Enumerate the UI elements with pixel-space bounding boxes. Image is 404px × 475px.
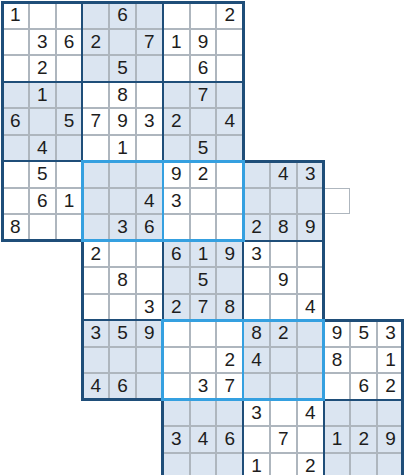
cell-r13c4-given[interactable]: 3 bbox=[82, 320, 109, 347]
cell-r1c3-empty[interactable] bbox=[56, 2, 83, 29]
cell-r13c7-empty[interactable] bbox=[163, 320, 190, 347]
cell-r15c15-given[interactable]: 2 bbox=[377, 373, 404, 400]
cell-r13c11-given[interactable]: 2 bbox=[270, 320, 297, 347]
cell-r4c7-empty[interactable] bbox=[163, 82, 190, 109]
cell-r6c7-empty[interactable] bbox=[163, 135, 190, 162]
cell-r3c4-empty[interactable] bbox=[82, 55, 109, 82]
cell-r16c13-empty[interactable] bbox=[324, 400, 351, 427]
cell-r12c9-given[interactable]: 8 bbox=[216, 294, 243, 321]
cell-r9c12-given[interactable]: 9 bbox=[297, 214, 324, 241]
cell-r7c5-empty[interactable] bbox=[109, 161, 136, 188]
cell-r10c7-given[interactable]: 6 bbox=[163, 241, 190, 268]
cell-r5c7-given[interactable]: 2 bbox=[163, 108, 190, 135]
cell-r9c1-given[interactable]: 8 bbox=[2, 214, 29, 241]
cell-r14c6-empty[interactable] bbox=[136, 347, 163, 374]
cell-r16c11-empty[interactable] bbox=[270, 400, 297, 427]
cell-r4c8-given[interactable]: 7 bbox=[190, 82, 217, 109]
cell-r10c6-empty[interactable] bbox=[136, 241, 163, 268]
cell-r18c12-given[interactable]: 2 bbox=[297, 453, 324, 475]
cell-r10c9-given[interactable]: 9 bbox=[216, 241, 243, 268]
cell-r11c7-empty[interactable] bbox=[163, 267, 190, 294]
cell-r16c7-empty[interactable] bbox=[163, 400, 190, 427]
cell-r14c9-given[interactable]: 2 bbox=[216, 347, 243, 374]
cell-r2c2-given[interactable]: 3 bbox=[29, 29, 56, 56]
cell-r6c4-empty[interactable] bbox=[82, 135, 109, 162]
cell-r5c3-given[interactable]: 5 bbox=[56, 108, 83, 135]
cell-r13c13-given[interactable]: 9 bbox=[324, 320, 351, 347]
cell-r6c3-empty[interactable] bbox=[56, 135, 83, 162]
cell-r6c8-given[interactable]: 5 bbox=[190, 135, 217, 162]
cell-r8c2-given[interactable]: 6 bbox=[29, 188, 56, 215]
cell-r14c14-empty[interactable] bbox=[350, 347, 377, 374]
cell-r9c10-given[interactable]: 2 bbox=[243, 214, 270, 241]
cell-r9c5-given[interactable]: 3 bbox=[109, 214, 136, 241]
cell-r9c8-empty[interactable] bbox=[190, 214, 217, 241]
cell-r9c11-given[interactable]: 8 bbox=[270, 214, 297, 241]
cell-r13c15-given[interactable]: 3 bbox=[377, 320, 404, 347]
cell-r4c6-empty[interactable] bbox=[136, 82, 163, 109]
grid2-box-line-v1 bbox=[162, 161, 164, 400]
cell-r18c9-empty[interactable] bbox=[216, 453, 243, 475]
cell-r11c8-given[interactable]: 5 bbox=[190, 267, 217, 294]
cell-r14c11-empty[interactable] bbox=[270, 347, 297, 374]
cell-r5c2-empty[interactable] bbox=[29, 108, 56, 135]
cell-r15c7-empty[interactable] bbox=[163, 373, 190, 400]
cell-r7c1-empty[interactable] bbox=[2, 161, 29, 188]
cell-r13c5-given[interactable]: 5 bbox=[109, 320, 136, 347]
grid2-box-line-h1 bbox=[82, 240, 323, 242]
cell-r10c8-given[interactable]: 1 bbox=[190, 241, 217, 268]
cell-r4c5-given[interactable]: 8 bbox=[109, 82, 136, 109]
cell-r15c6-empty[interactable] bbox=[136, 373, 163, 400]
cell-r11c11-given[interactable]: 9 bbox=[270, 267, 297, 294]
cell-r8c4-empty[interactable] bbox=[82, 188, 109, 215]
cell-r5c9-given[interactable]: 4 bbox=[216, 108, 243, 135]
cell-r4c4-empty[interactable] bbox=[82, 82, 109, 109]
cell-r12c4-empty[interactable] bbox=[82, 294, 109, 321]
cell-r15c11-empty[interactable] bbox=[270, 373, 297, 400]
cell-r11c4-empty[interactable] bbox=[82, 267, 109, 294]
cell-r1c4-empty[interactable] bbox=[82, 2, 109, 29]
cell-r8c3-given[interactable]: 1 bbox=[56, 188, 83, 215]
cell-r4c2-given[interactable]: 1 bbox=[29, 82, 56, 109]
cell-r11c12-empty[interactable] bbox=[297, 267, 324, 294]
cell-r15c4-given[interactable]: 4 bbox=[82, 373, 109, 400]
cell-r14c15-given[interactable]: 1 bbox=[377, 347, 404, 374]
cell-r17c13-given[interactable]: 1 bbox=[324, 426, 351, 453]
cell-r18c13-empty[interactable] bbox=[324, 453, 351, 475]
cell-r16c8-empty[interactable] bbox=[190, 400, 217, 427]
cell-r18c15-empty[interactable] bbox=[377, 453, 404, 475]
cell-r5c4-given[interactable]: 7 bbox=[82, 108, 109, 135]
cell-r2c3-given[interactable]: 6 bbox=[56, 29, 83, 56]
cell-r12c10-empty[interactable] bbox=[243, 294, 270, 321]
cell-r16c9-empty[interactable] bbox=[216, 400, 243, 427]
cell-r2c7-given[interactable]: 1 bbox=[163, 29, 190, 56]
cell-r3c6-empty[interactable] bbox=[136, 55, 163, 82]
cell-r11c6-empty[interactable] bbox=[136, 267, 163, 294]
cell-r16c12-given[interactable]: 4 bbox=[297, 400, 324, 427]
cell-r11c10-empty[interactable] bbox=[243, 267, 270, 294]
cell-r13c14-given[interactable]: 5 bbox=[350, 320, 377, 347]
cell-r14c7-empty[interactable] bbox=[163, 347, 190, 374]
cell-r11c9-empty[interactable] bbox=[216, 267, 243, 294]
cell-r1c7-empty[interactable] bbox=[163, 2, 190, 29]
cell-r1c5-given[interactable]: 6 bbox=[109, 2, 136, 29]
cell-r14c12-empty[interactable] bbox=[297, 347, 324, 374]
cell-r1c9-given[interactable]: 2 bbox=[216, 2, 243, 29]
cell-r15c9-given[interactable]: 7 bbox=[216, 373, 243, 400]
cell-r15c10-empty[interactable] bbox=[243, 373, 270, 400]
cell-r1c1-given[interactable]: 1 bbox=[2, 2, 29, 29]
cell-r1c8-empty[interactable] bbox=[190, 2, 217, 29]
cell-r14c5-empty[interactable] bbox=[109, 347, 136, 374]
cell-r2c4-given[interactable]: 2 bbox=[82, 29, 109, 56]
grid3-box-line-v2 bbox=[323, 320, 325, 475]
cell-r15c12-empty[interactable] bbox=[297, 373, 324, 400]
cell-r4c9-empty[interactable] bbox=[216, 82, 243, 109]
cell-r9c3-empty[interactable] bbox=[56, 214, 83, 241]
cell-r17c10-empty[interactable] bbox=[243, 426, 270, 453]
cell-r13c12-empty[interactable] bbox=[297, 320, 324, 347]
cell-r12c6-given[interactable]: 3 bbox=[136, 294, 163, 321]
grid1-box-line-h2 bbox=[2, 160, 243, 162]
cell-r14c8-empty[interactable] bbox=[190, 347, 217, 374]
cell-r8c12-empty[interactable] bbox=[297, 188, 324, 215]
cell-r10c4-given[interactable]: 2 bbox=[82, 241, 109, 268]
cell-r10c11-empty[interactable] bbox=[270, 241, 297, 268]
cell-r8c1-empty[interactable] bbox=[2, 188, 29, 215]
cell-r5c8-empty[interactable] bbox=[190, 108, 217, 135]
cell-r7c12-given[interactable]: 3 bbox=[297, 161, 324, 188]
cell-r17c9-given[interactable]: 6 bbox=[216, 426, 243, 453]
cell-r3c3-empty[interactable] bbox=[56, 55, 83, 82]
cell-r6c5-given[interactable]: 1 bbox=[109, 135, 136, 162]
grid1-box-line-v1 bbox=[81, 2, 83, 241]
cell-r9c2-empty[interactable] bbox=[29, 214, 56, 241]
cell-r4c1-empty[interactable] bbox=[2, 82, 29, 109]
cell-r17c14-given[interactable]: 2 bbox=[350, 426, 377, 453]
cell-r9c6-given[interactable]: 6 bbox=[136, 214, 163, 241]
cell-r10c10-given[interactable]: 3 bbox=[243, 241, 270, 268]
cell-r13c9-empty[interactable] bbox=[216, 320, 243, 347]
cell-r18c7-empty[interactable] bbox=[163, 453, 190, 475]
cell-r17c15-given[interactable]: 9 bbox=[377, 426, 404, 453]
cell-r18c10-given[interactable]: 1 bbox=[243, 453, 270, 475]
cell-r7c8-given[interactable]: 2 bbox=[190, 161, 217, 188]
cell-r14c4-empty[interactable] bbox=[82, 347, 109, 374]
cell-r8c11-empty[interactable] bbox=[270, 188, 297, 215]
cell-r2c8-given[interactable]: 9 bbox=[190, 29, 217, 56]
sudoku-board: 1623627192561876579324415592436143836289… bbox=[0, 0, 404, 475]
cell-r15c5-given[interactable]: 6 bbox=[109, 373, 136, 400]
cell-r12c11-empty[interactable] bbox=[270, 294, 297, 321]
cell-r17c7-given[interactable]: 3 bbox=[163, 426, 190, 453]
cell-r7c7-given[interactable]: 9 bbox=[163, 161, 190, 188]
cell-r3c9-empty[interactable] bbox=[216, 55, 243, 82]
grid1-box-line-h1 bbox=[2, 81, 243, 83]
cell-r6c2-given[interactable]: 4 bbox=[29, 135, 56, 162]
cell-r18c11-empty[interactable] bbox=[270, 453, 297, 475]
cell-r8c10-empty[interactable] bbox=[243, 188, 270, 215]
cell-r8c5-empty[interactable] bbox=[109, 188, 136, 215]
cell-r7c6-empty[interactable] bbox=[136, 161, 163, 188]
cell-r3c5-given[interactable]: 5 bbox=[109, 55, 136, 82]
cell-r7c2-given[interactable]: 5 bbox=[29, 161, 56, 188]
cell-r18c14-empty[interactable] bbox=[350, 453, 377, 475]
cell-r2c6-given[interactable]: 7 bbox=[136, 29, 163, 56]
cell-r13c8-empty[interactable] bbox=[190, 320, 217, 347]
grid2-box-line-h2 bbox=[82, 319, 323, 321]
cell-r12c12-given[interactable]: 4 bbox=[297, 294, 324, 321]
cell-r10c12-empty[interactable] bbox=[297, 241, 324, 268]
cell-r12c7-given[interactable]: 2 bbox=[163, 294, 190, 321]
cell-r17c11-given[interactable]: 7 bbox=[270, 426, 297, 453]
cell-r1c6-empty[interactable] bbox=[136, 2, 163, 29]
cell-r17c8-given[interactable]: 4 bbox=[190, 426, 217, 453]
cell-r7c3-empty[interactable] bbox=[56, 161, 83, 188]
cell-r7c4-empty[interactable] bbox=[82, 161, 109, 188]
cell-r15c14-given[interactable]: 6 bbox=[350, 373, 377, 400]
cell-r16c14-empty[interactable] bbox=[350, 400, 377, 427]
cell-r16c10-given[interactable]: 3 bbox=[243, 400, 270, 427]
cell-r9c9-empty[interactable] bbox=[216, 214, 243, 241]
cell-r2c5-empty[interactable] bbox=[109, 29, 136, 56]
cell-r12c8-given[interactable]: 7 bbox=[190, 294, 217, 321]
grid3-box-line-v1 bbox=[242, 320, 244, 475]
cell-r4c3-empty[interactable] bbox=[56, 82, 83, 109]
cell-r3c8-given[interactable]: 6 bbox=[190, 55, 217, 82]
cell-r5c1-given[interactable]: 6 bbox=[2, 108, 29, 135]
cell-r3c1-empty[interactable] bbox=[2, 55, 29, 82]
cell-r8c7-given[interactable]: 3 bbox=[163, 188, 190, 215]
cell-r17c12-empty[interactable] bbox=[297, 426, 324, 453]
cell-r5c6-given[interactable]: 3 bbox=[136, 108, 163, 135]
cell-r7c9-empty[interactable] bbox=[216, 161, 243, 188]
cell-r13c10-given[interactable]: 8 bbox=[243, 320, 270, 347]
cell-r9c4-empty[interactable] bbox=[82, 214, 109, 241]
cell-r8c9-empty[interactable] bbox=[216, 188, 243, 215]
cell-r7c10-empty[interactable] bbox=[243, 161, 270, 188]
cell-r8c6-given[interactable]: 4 bbox=[136, 188, 163, 215]
cell-r6c6-empty[interactable] bbox=[136, 135, 163, 162]
cell-r8c13-empty[interactable] bbox=[324, 188, 351, 215]
cell-r9c7-empty[interactable] bbox=[163, 214, 190, 241]
cell-r11c5-given[interactable]: 8 bbox=[109, 267, 136, 294]
grid3-box-line-h1 bbox=[163, 399, 404, 401]
cell-r6c9-empty[interactable] bbox=[216, 135, 243, 162]
cell-r12c5-empty[interactable] bbox=[109, 294, 136, 321]
cell-r14c10-given[interactable]: 4 bbox=[243, 347, 270, 374]
cell-r2c1-empty[interactable] bbox=[2, 29, 29, 56]
cell-r15c13-empty[interactable] bbox=[324, 373, 351, 400]
cell-r16c15-empty[interactable] bbox=[377, 400, 404, 427]
cell-r8c8-empty[interactable] bbox=[190, 188, 217, 215]
cell-r13c6-given[interactable]: 9 bbox=[136, 320, 163, 347]
cell-r5c5-given[interactable]: 9 bbox=[109, 108, 136, 135]
cell-r2c9-empty[interactable] bbox=[216, 29, 243, 56]
cell-r15c8-given[interactable]: 3 bbox=[190, 373, 217, 400]
cell-r18c8-empty[interactable] bbox=[190, 453, 217, 475]
cell-r3c2-given[interactable]: 2 bbox=[29, 55, 56, 82]
cell-r14c13-given[interactable]: 8 bbox=[324, 347, 351, 374]
cell-r6c1-empty[interactable] bbox=[2, 135, 29, 162]
cell-r10c5-empty[interactable] bbox=[109, 241, 136, 268]
cell-r3c7-empty[interactable] bbox=[163, 55, 190, 82]
cell-r7c11-given[interactable]: 4 bbox=[270, 161, 297, 188]
cell-r1c2-empty[interactable] bbox=[29, 2, 56, 29]
